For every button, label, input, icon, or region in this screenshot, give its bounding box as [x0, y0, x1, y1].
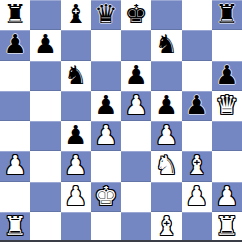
- square-c1[interactable]: [61, 212, 91, 242]
- square-a1[interactable]: ♜: [0, 212, 30, 242]
- white-rook-a1[interactable]: ♜: [3, 212, 26, 241]
- square-f8[interactable]: [151, 0, 181, 30]
- square-h2[interactable]: ♟: [212, 182, 242, 212]
- square-f5[interactable]: ♟: [151, 91, 181, 121]
- square-e1[interactable]: [121, 212, 151, 242]
- square-h4[interactable]: [212, 121, 242, 151]
- square-c7[interactable]: [61, 30, 91, 60]
- square-g8[interactable]: [182, 0, 212, 30]
- black-king-e8[interactable]: ♚: [124, 0, 147, 29]
- square-d3[interactable]: [91, 151, 121, 181]
- square-c5[interactable]: [61, 91, 91, 121]
- square-g5[interactable]: ♟: [182, 91, 212, 121]
- square-e2[interactable]: [121, 182, 151, 212]
- square-a4[interactable]: [0, 121, 30, 151]
- square-c3[interactable]: ♟: [61, 151, 91, 181]
- white-pawn-g2[interactable]: ♟: [185, 182, 208, 211]
- black-pawn-a7[interactable]: ♟: [3, 30, 26, 59]
- square-e5[interactable]: ♟: [121, 91, 151, 121]
- square-h3[interactable]: [212, 151, 242, 181]
- white-pawn-a3[interactable]: ♟: [3, 151, 26, 180]
- square-f4[interactable]: ♟: [151, 121, 181, 151]
- square-a2[interactable]: [0, 182, 30, 212]
- black-pawn-e6[interactable]: ♟: [124, 61, 147, 90]
- black-knight-c6[interactable]: ♞: [64, 61, 87, 90]
- square-b5[interactable]: [30, 91, 60, 121]
- square-b3[interactable]: [30, 151, 60, 181]
- square-g2[interactable]: ♟: [182, 182, 212, 212]
- square-h6[interactable]: ♟: [212, 61, 242, 91]
- square-a5[interactable]: [0, 91, 30, 121]
- square-a3[interactable]: ♟: [0, 151, 30, 181]
- black-rook-h8[interactable]: ♜: [215, 0, 238, 29]
- square-e3[interactable]: [121, 151, 151, 181]
- white-king-d2[interactable]: ♚: [94, 182, 117, 211]
- square-g4[interactable]: [182, 121, 212, 151]
- square-b4[interactable]: [30, 121, 60, 151]
- black-rook-a8[interactable]: ♜: [3, 0, 26, 29]
- square-g3[interactable]: ♝: [182, 151, 212, 181]
- square-a7[interactable]: ♟: [0, 30, 30, 60]
- square-e4[interactable]: [121, 121, 151, 151]
- square-e8[interactable]: ♚: [121, 0, 151, 30]
- white-bishop-g3[interactable]: ♝: [185, 151, 208, 180]
- square-h7[interactable]: [212, 30, 242, 60]
- square-f2[interactable]: [151, 182, 181, 212]
- square-g1[interactable]: [182, 212, 212, 242]
- square-d2[interactable]: ♚: [91, 182, 121, 212]
- black-pawn-f5[interactable]: ♟: [155, 91, 178, 120]
- white-pawn-f4[interactable]: ♟: [155, 121, 178, 150]
- square-h5[interactable]: ♛: [212, 91, 242, 121]
- square-b1[interactable]: [30, 212, 60, 242]
- square-d8[interactable]: ♛: [91, 0, 121, 30]
- white-pawn-h2[interactable]: ♟: [215, 182, 238, 211]
- square-a6[interactable]: [0, 61, 30, 91]
- square-b2[interactable]: [30, 182, 60, 212]
- square-d1[interactable]: [91, 212, 121, 242]
- white-bishop-f1[interactable]: ♝: [155, 212, 178, 241]
- square-g6[interactable]: [182, 61, 212, 91]
- black-pawn-d5[interactable]: ♟: [94, 91, 117, 120]
- white-pawn-d4[interactable]: ♟: [94, 121, 117, 150]
- black-pawn-h6[interactable]: ♟: [215, 61, 238, 90]
- square-c6[interactable]: ♞: [61, 61, 91, 91]
- square-f3[interactable]: ♞: [151, 151, 181, 181]
- white-pawn-e5[interactable]: ♟: [124, 91, 147, 120]
- square-e6[interactable]: ♟: [121, 61, 151, 91]
- square-a8[interactable]: ♜: [0, 0, 30, 30]
- square-d4[interactable]: ♟: [91, 121, 121, 151]
- black-pawn-b7[interactable]: ♟: [34, 30, 57, 59]
- square-b7[interactable]: ♟: [30, 30, 60, 60]
- square-h8[interactable]: ♜: [212, 0, 242, 30]
- white-pawn-c3[interactable]: ♟: [64, 151, 87, 180]
- square-b8[interactable]: [30, 0, 60, 30]
- square-f6[interactable]: [151, 61, 181, 91]
- white-knight-f3[interactable]: ♞: [155, 151, 178, 180]
- square-c2[interactable]: ♟: [61, 182, 91, 212]
- square-d5[interactable]: ♟: [91, 91, 121, 121]
- white-rook-h1[interactable]: ♜: [215, 212, 238, 241]
- square-g7[interactable]: [182, 30, 212, 60]
- square-c8[interactable]: ♝: [61, 0, 91, 30]
- black-bishop-c8[interactable]: ♝: [64, 0, 87, 29]
- white-pawn-c2[interactable]: ♟: [64, 182, 87, 211]
- chess-board: ♜♝♛♚♜♟♟♞♞♟♟♟♟♟♟♛♟♟♟♟♟♞♝♟♚♟♟♜♝♜: [0, 0, 242, 242]
- black-queen-d8[interactable]: ♛: [94, 0, 117, 29]
- black-pawn-g5[interactable]: ♟: [185, 91, 208, 120]
- square-f1[interactable]: ♝: [151, 212, 181, 242]
- black-pawn-c4[interactable]: ♟: [64, 121, 87, 150]
- white-queen-h5[interactable]: ♛: [215, 91, 238, 120]
- square-h1[interactable]: ♜: [212, 212, 242, 242]
- square-d6[interactable]: [91, 61, 121, 91]
- square-c4[interactable]: ♟: [61, 121, 91, 151]
- square-e7[interactable]: [121, 30, 151, 60]
- square-d7[interactable]: [91, 30, 121, 60]
- square-b6[interactable]: [30, 61, 60, 91]
- square-f7[interactable]: ♞: [151, 30, 181, 60]
- black-knight-f7[interactable]: ♞: [155, 30, 178, 59]
